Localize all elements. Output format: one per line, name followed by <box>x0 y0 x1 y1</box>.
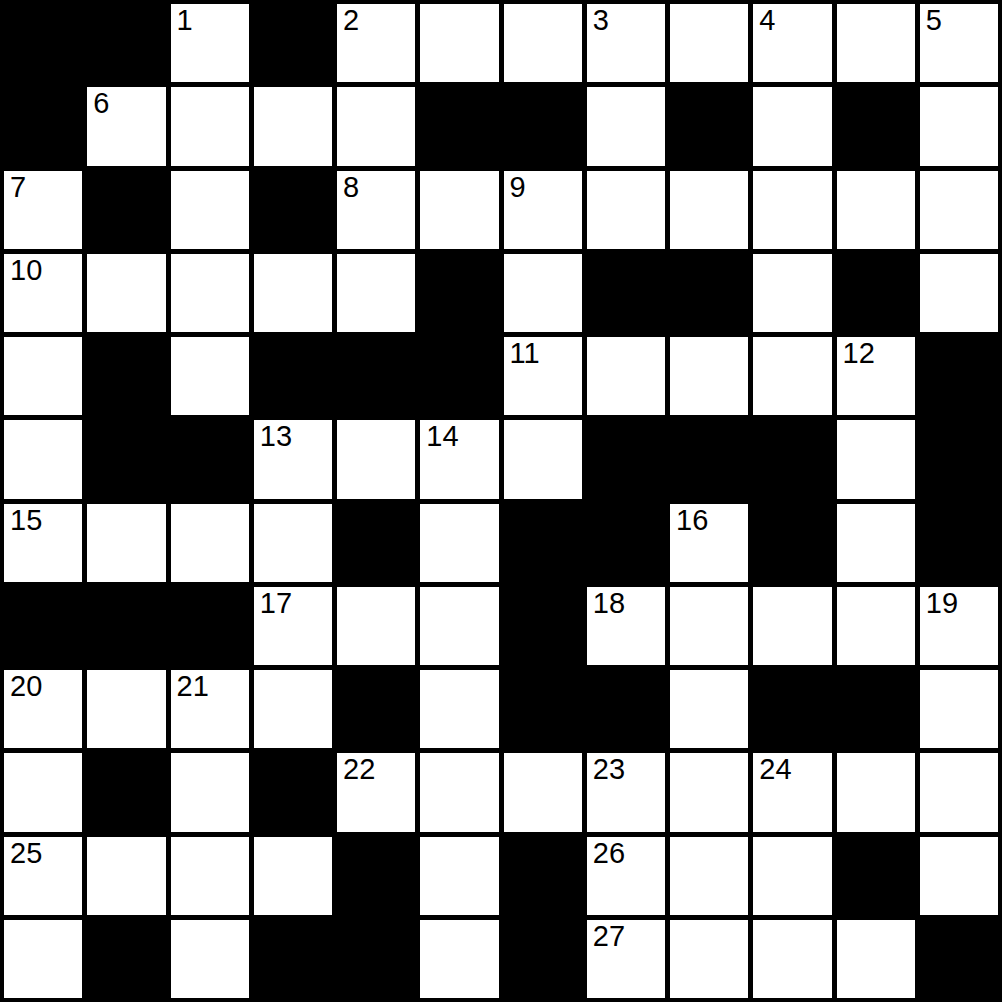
white-cell[interactable] <box>837 504 915 582</box>
white-cell[interactable]: 8 <box>337 171 415 249</box>
white-cell[interactable] <box>420 670 498 748</box>
white-cell[interactable]: 11 <box>504 337 582 415</box>
black-cell <box>420 87 498 165</box>
black-cell <box>504 920 582 998</box>
white-cell[interactable] <box>504 420 582 498</box>
white-cell[interactable] <box>670 337 748 415</box>
white-cell[interactable]: 21 <box>171 670 249 748</box>
white-cell[interactable] <box>753 587 831 665</box>
white-cell[interactable] <box>670 837 748 915</box>
black-cell <box>504 504 582 582</box>
white-cell[interactable] <box>87 504 165 582</box>
white-cell[interactable] <box>837 420 915 498</box>
white-cell[interactable]: 4 <box>753 4 831 82</box>
white-cell[interactable]: 19 <box>920 587 998 665</box>
black-cell <box>254 920 332 998</box>
white-cell[interactable] <box>504 254 582 332</box>
white-cell[interactable] <box>4 420 82 498</box>
clue-number: 18 <box>593 588 625 620</box>
clue-number: 22 <box>343 754 375 786</box>
black-cell <box>587 670 665 748</box>
white-cell[interactable] <box>87 670 165 748</box>
white-cell[interactable]: 26 <box>587 837 665 915</box>
clue-number: 11 <box>510 338 540 370</box>
white-cell[interactable] <box>670 171 748 249</box>
white-cell[interactable] <box>337 587 415 665</box>
white-cell[interactable] <box>337 254 415 332</box>
black-cell <box>4 4 82 82</box>
crossword-board: 1234567891011121314151617181920212223242… <box>0 0 1002 1002</box>
white-cell[interactable] <box>420 920 498 998</box>
black-cell <box>670 254 748 332</box>
white-cell[interactable]: 9 <box>504 171 582 249</box>
white-cell[interactable] <box>753 254 831 332</box>
white-cell[interactable] <box>504 753 582 831</box>
white-cell[interactable] <box>420 587 498 665</box>
clue-number: 20 <box>10 671 42 703</box>
clue-number: 26 <box>593 838 625 870</box>
white-cell[interactable] <box>920 753 998 831</box>
clue-number: 3 <box>593 5 609 37</box>
clue-number: 19 <box>926 588 958 620</box>
clue-number: 17 <box>260 588 292 620</box>
white-cell[interactable]: 3 <box>587 4 665 82</box>
black-cell <box>587 504 665 582</box>
white-cell[interactable] <box>837 171 915 249</box>
white-cell[interactable]: 13 <box>254 420 332 498</box>
black-cell <box>337 920 415 998</box>
white-cell[interactable] <box>420 753 498 831</box>
black-cell <box>837 837 915 915</box>
white-cell[interactable] <box>837 4 915 82</box>
clue-number: 1 <box>177 5 193 37</box>
black-cell <box>753 504 831 582</box>
black-cell <box>254 4 332 82</box>
clue-number: 13 <box>260 421 292 453</box>
black-cell <box>87 171 165 249</box>
white-cell[interactable] <box>254 254 332 332</box>
white-cell[interactable] <box>753 837 831 915</box>
white-cell[interactable] <box>171 920 249 998</box>
white-cell[interactable] <box>254 670 332 748</box>
clue-number: 14 <box>426 421 458 453</box>
clue-number: 16 <box>676 505 708 537</box>
white-cell[interactable]: 2 <box>337 4 415 82</box>
white-cell[interactable] <box>837 587 915 665</box>
white-cell[interactable] <box>4 337 82 415</box>
white-cell[interactable] <box>171 254 249 332</box>
clue-number: 25 <box>10 838 42 870</box>
white-cell[interactable]: 1 <box>171 4 249 82</box>
white-cell[interactable]: 27 <box>587 920 665 998</box>
black-cell <box>87 753 165 831</box>
white-cell[interactable] <box>670 753 748 831</box>
white-cell[interactable] <box>171 87 249 165</box>
black-cell <box>87 587 165 665</box>
black-cell <box>920 420 998 498</box>
white-cell[interactable] <box>254 504 332 582</box>
white-cell[interactable] <box>920 254 998 332</box>
white-cell[interactable] <box>254 87 332 165</box>
black-cell <box>254 753 332 831</box>
white-cell[interactable] <box>504 4 582 82</box>
white-cell[interactable] <box>587 337 665 415</box>
white-cell[interactable]: 16 <box>670 504 748 582</box>
white-cell[interactable]: 17 <box>254 587 332 665</box>
black-cell <box>87 420 165 498</box>
black-cell <box>587 420 665 498</box>
white-cell[interactable] <box>837 753 915 831</box>
white-cell[interactable] <box>753 337 831 415</box>
white-cell[interactable] <box>753 87 831 165</box>
white-cell[interactable] <box>420 4 498 82</box>
black-cell <box>670 420 748 498</box>
white-cell[interactable] <box>254 837 332 915</box>
black-cell <box>920 504 998 582</box>
white-cell[interactable]: 5 <box>920 4 998 82</box>
black-cell <box>504 670 582 748</box>
white-cell[interactable]: 14 <box>420 420 498 498</box>
black-cell <box>87 337 165 415</box>
black-cell <box>504 87 582 165</box>
black-cell <box>920 337 998 415</box>
white-cell[interactable]: 12 <box>837 337 915 415</box>
clue-number: 2 <box>343 5 359 37</box>
black-cell <box>337 670 415 748</box>
white-cell[interactable] <box>753 171 831 249</box>
white-cell[interactable] <box>920 670 998 748</box>
clue-number: 23 <box>593 754 625 786</box>
black-cell <box>753 670 831 748</box>
white-cell[interactable] <box>670 670 748 748</box>
white-cell[interactable] <box>420 837 498 915</box>
clue-number: 5 <box>926 5 942 37</box>
white-cell[interactable] <box>587 171 665 249</box>
white-cell[interactable] <box>171 837 249 915</box>
white-cell[interactable] <box>4 920 82 998</box>
clue-number: 15 <box>10 505 42 537</box>
clue-number: 9 <box>510 172 526 204</box>
white-cell[interactable]: 18 <box>587 587 665 665</box>
white-cell[interactable]: 10 <box>4 254 82 332</box>
white-cell[interactable] <box>337 87 415 165</box>
white-cell[interactable] <box>670 587 748 665</box>
white-cell[interactable] <box>753 920 831 998</box>
clue-number: 4 <box>759 5 775 37</box>
white-cell[interactable] <box>337 420 415 498</box>
black-cell <box>337 837 415 915</box>
black-cell <box>4 587 82 665</box>
white-cell[interactable] <box>920 171 998 249</box>
clue-number: 6 <box>93 88 109 120</box>
black-cell <box>504 587 582 665</box>
clue-number: 10 <box>10 255 42 287</box>
white-cell[interactable]: 25 <box>4 837 82 915</box>
white-cell[interactable] <box>171 504 249 582</box>
black-cell <box>254 337 332 415</box>
white-cell[interactable] <box>420 171 498 249</box>
white-cell[interactable] <box>87 254 165 332</box>
white-cell[interactable]: 24 <box>753 753 831 831</box>
white-cell[interactable] <box>171 171 249 249</box>
black-cell <box>254 171 332 249</box>
clue-number: 7 <box>10 172 26 204</box>
white-cell[interactable] <box>920 87 998 165</box>
black-cell <box>87 920 165 998</box>
black-cell <box>504 837 582 915</box>
clue-number: 21 <box>177 671 209 703</box>
black-cell <box>171 420 249 498</box>
white-cell[interactable] <box>4 753 82 831</box>
black-cell <box>670 87 748 165</box>
black-cell <box>837 87 915 165</box>
white-cell[interactable]: 15 <box>4 504 82 582</box>
white-cell[interactable] <box>171 753 249 831</box>
white-cell[interactable] <box>587 87 665 165</box>
black-cell <box>4 87 82 165</box>
white-cell[interactable]: 22 <box>337 753 415 831</box>
black-cell <box>587 254 665 332</box>
black-cell <box>920 920 998 998</box>
black-cell <box>837 670 915 748</box>
clue-number: 12 <box>843 338 875 370</box>
white-cell[interactable] <box>420 504 498 582</box>
white-cell[interactable]: 7 <box>4 171 82 249</box>
clue-number: 27 <box>593 921 625 953</box>
black-cell <box>87 4 165 82</box>
black-cell <box>420 254 498 332</box>
white-cell[interactable] <box>670 920 748 998</box>
white-cell[interactable] <box>837 920 915 998</box>
black-cell <box>171 587 249 665</box>
black-cell <box>337 504 415 582</box>
black-cell <box>753 420 831 498</box>
black-cell <box>337 337 415 415</box>
white-cell[interactable]: 23 <box>587 753 665 831</box>
white-cell[interactable]: 20 <box>4 670 82 748</box>
white-cell[interactable] <box>670 4 748 82</box>
black-cell <box>420 337 498 415</box>
clue-number: 8 <box>343 172 359 204</box>
white-cell[interactable] <box>920 837 998 915</box>
white-cell[interactable] <box>87 837 165 915</box>
clue-number: 24 <box>759 754 791 786</box>
white-cell[interactable]: 6 <box>87 87 165 165</box>
black-cell <box>837 254 915 332</box>
white-cell[interactable] <box>171 337 249 415</box>
